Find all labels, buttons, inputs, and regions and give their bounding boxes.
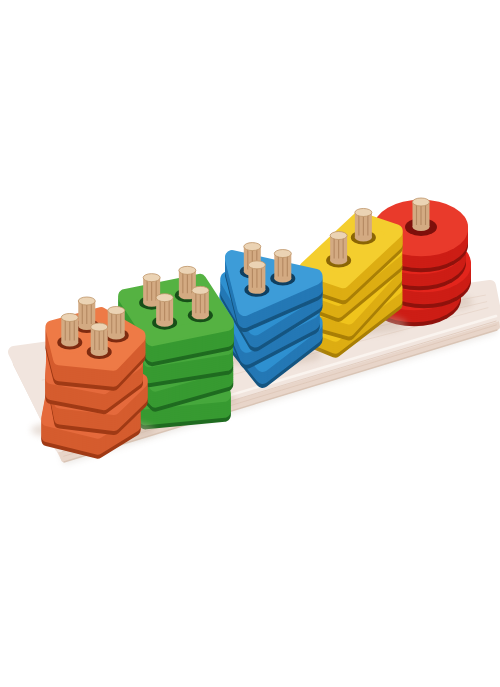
wooden-peg — [248, 261, 265, 294]
wooden-peg — [61, 313, 78, 346]
peg-top — [91, 323, 108, 331]
peg-top — [192, 286, 209, 294]
peg-top — [61, 313, 78, 321]
toy-illustration — [0, 0, 500, 687]
wooden-peg — [91, 323, 108, 356]
peg-top — [274, 250, 291, 258]
peg-top — [355, 208, 372, 216]
peg-top — [108, 307, 125, 315]
peg-top — [244, 243, 261, 251]
peg-top — [330, 232, 347, 240]
peg-top — [78, 297, 95, 305]
wooden-peg — [274, 250, 291, 283]
wooden-peg — [156, 294, 173, 327]
peg-top — [413, 198, 430, 206]
wooden-peg — [108, 307, 125, 340]
wooden-peg — [192, 286, 209, 319]
product-photo-canvas — [0, 0, 500, 687]
peg-top — [179, 266, 196, 274]
peg-top — [248, 261, 265, 269]
peg-top — [156, 294, 173, 302]
wooden-peg — [413, 198, 430, 231]
peg-top — [143, 274, 160, 282]
wooden-peg — [355, 208, 372, 241]
wooden-peg — [330, 232, 347, 265]
